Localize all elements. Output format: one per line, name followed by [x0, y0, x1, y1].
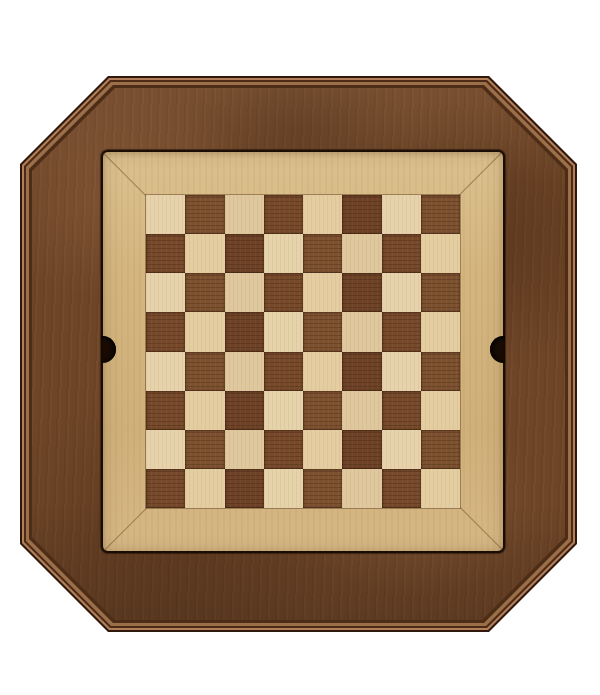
board-square[interactable]	[225, 469, 264, 508]
board-square[interactable]	[382, 312, 421, 351]
board-square[interactable]	[264, 195, 303, 234]
board-square[interactable]	[264, 430, 303, 469]
board-square[interactable]	[146, 234, 185, 273]
frame-miter-line	[103, 153, 146, 196]
board-square[interactable]	[382, 391, 421, 430]
frame-miter-line	[459, 152, 502, 195]
board-square[interactable]	[303, 312, 342, 351]
board-square[interactable]	[225, 391, 264, 430]
board-square[interactable]	[185, 352, 224, 391]
board-square[interactable]	[146, 312, 185, 351]
board-square[interactable]	[382, 195, 421, 234]
board-square[interactable]	[421, 273, 460, 312]
board-square[interactable]	[185, 273, 224, 312]
frame-miter-line	[460, 507, 503, 550]
board-square[interactable]	[225, 430, 264, 469]
board-square[interactable]	[225, 352, 264, 391]
frame-miter-line	[104, 508, 147, 551]
board-square[interactable]	[185, 234, 224, 273]
board-square[interactable]	[421, 430, 460, 469]
board-square[interactable]	[342, 195, 381, 234]
board-square[interactable]	[185, 430, 224, 469]
board-square[interactable]	[342, 430, 381, 469]
board-square[interactable]	[146, 430, 185, 469]
chess-board	[145, 194, 461, 509]
board-square[interactable]	[146, 352, 185, 391]
board-square[interactable]	[342, 352, 381, 391]
board-square[interactable]	[421, 195, 460, 234]
board-square[interactable]	[382, 234, 421, 273]
board-square[interactable]	[146, 195, 185, 234]
board-square[interactable]	[303, 391, 342, 430]
board-square[interactable]	[303, 234, 342, 273]
board-square[interactable]	[264, 312, 303, 351]
game-table-top	[20, 76, 577, 632]
board-square[interactable]	[225, 234, 264, 273]
board-square[interactable]	[146, 273, 185, 312]
board-square[interactable]	[342, 234, 381, 273]
board-square[interactable]	[342, 273, 381, 312]
product-photo-background	[0, 0, 600, 695]
board-square[interactable]	[225, 273, 264, 312]
board-square[interactable]	[421, 312, 460, 351]
board-square[interactable]	[382, 469, 421, 508]
board-square[interactable]	[225, 312, 264, 351]
board-square[interactable]	[382, 430, 421, 469]
board-square[interactable]	[264, 273, 303, 312]
board-square[interactable]	[421, 352, 460, 391]
board-square[interactable]	[185, 312, 224, 351]
board-square[interactable]	[382, 352, 421, 391]
board-square[interactable]	[421, 391, 460, 430]
board-square[interactable]	[264, 352, 303, 391]
finger-notch-right[interactable]	[490, 336, 505, 363]
board-square[interactable]	[146, 391, 185, 430]
board-square[interactable]	[264, 391, 303, 430]
board-square[interactable]	[225, 195, 264, 234]
board-square[interactable]	[303, 469, 342, 508]
board-square[interactable]	[342, 391, 381, 430]
board-square[interactable]	[146, 469, 185, 508]
board-square[interactable]	[342, 469, 381, 508]
finger-notch-left[interactable]	[101, 336, 116, 363]
board-square[interactable]	[264, 469, 303, 508]
game-board-insert-panel	[103, 152, 503, 551]
board-square[interactable]	[185, 469, 224, 508]
board-square[interactable]	[185, 195, 224, 234]
board-square[interactable]	[303, 273, 342, 312]
board-square[interactable]	[264, 234, 303, 273]
board-square[interactable]	[421, 234, 460, 273]
board-square[interactable]	[185, 391, 224, 430]
board-square[interactable]	[303, 430, 342, 469]
board-square[interactable]	[303, 195, 342, 234]
board-square[interactable]	[342, 312, 381, 351]
board-square[interactable]	[382, 273, 421, 312]
board-square[interactable]	[421, 469, 460, 508]
board-square[interactable]	[303, 352, 342, 391]
